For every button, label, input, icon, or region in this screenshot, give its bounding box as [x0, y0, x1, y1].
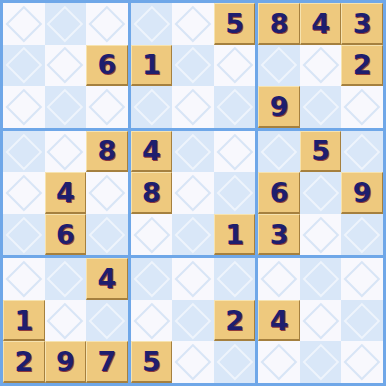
cell-r4c7[interactable]: [258, 131, 300, 173]
cell-r3c7: 9: [258, 86, 300, 128]
given-digit: 8: [270, 10, 289, 37]
diamond-pattern: [216, 261, 252, 297]
cell-r6c9[interactable]: [341, 214, 383, 256]
box-3-2: 25: [131, 258, 256, 383]
cell-r1c7: 8: [258, 3, 300, 45]
diamond-pattern: [175, 133, 211, 169]
box-3-1: 41297: [3, 258, 128, 383]
given-digit: 6: [56, 221, 75, 248]
diamond-pattern: [344, 261, 380, 297]
diamond-pattern: [302, 89, 338, 125]
given-digit: 1: [225, 221, 244, 248]
cell-r1c8: 4: [300, 3, 342, 45]
diamond-pattern: [133, 302, 169, 338]
diamond-pattern: [175, 47, 211, 83]
cell-r7c1[interactable]: [3, 258, 45, 300]
box-3-3: 4: [258, 258, 383, 383]
diamond-pattern: [216, 344, 252, 380]
cell-r2c5[interactable]: [172, 45, 214, 87]
cell-r7c4[interactable]: [131, 258, 173, 300]
diamond-pattern: [344, 216, 380, 252]
cell-r2c7[interactable]: [258, 45, 300, 87]
cell-r3c1[interactable]: [3, 86, 45, 128]
cell-r9c1: 2: [3, 341, 45, 383]
diamond-pattern: [261, 261, 297, 297]
cell-r8c5[interactable]: [172, 300, 214, 342]
diamond-pattern: [216, 175, 252, 211]
diamond-pattern: [133, 261, 169, 297]
given-digit: 5: [142, 348, 161, 375]
cell-r1c3[interactable]: [86, 3, 128, 45]
box-1-3: 84329: [258, 3, 383, 128]
diamond-pattern: [133, 216, 169, 252]
cell-r7c8[interactable]: [300, 258, 342, 300]
cell-r9c4: 5: [131, 341, 173, 383]
given-digit: 8: [142, 179, 161, 206]
cell-r9c9[interactable]: [341, 341, 383, 383]
cell-r5c2: 4: [45, 172, 87, 214]
cell-r5c5[interactable]: [172, 172, 214, 214]
diamond-pattern: [216, 133, 252, 169]
given-digit: 2: [353, 51, 372, 78]
given-digit: 1: [14, 307, 33, 334]
diamond-pattern: [175, 89, 211, 125]
diamond-pattern: [6, 133, 42, 169]
diamond-pattern: [6, 6, 42, 42]
cell-r3c5[interactable]: [172, 86, 214, 128]
diamond-pattern: [89, 6, 125, 42]
cell-r6c2: 6: [45, 214, 87, 256]
given-digit: 9: [56, 348, 75, 375]
diamond-pattern: [261, 133, 297, 169]
cell-r7c5[interactable]: [172, 258, 214, 300]
given-digit: 3: [353, 10, 372, 37]
cell-r3c3[interactable]: [86, 86, 128, 128]
cell-r2c2[interactable]: [45, 45, 87, 87]
given-digit: 8: [97, 137, 116, 164]
diamond-pattern: [6, 89, 42, 125]
cell-r4c2[interactable]: [45, 131, 87, 173]
box-2-2: 481: [131, 131, 256, 256]
cell-r9c2: 9: [45, 341, 87, 383]
cell-r3c8[interactable]: [300, 86, 342, 128]
diamond-pattern: [47, 89, 83, 125]
cell-r9c7[interactable]: [258, 341, 300, 383]
cell-r8c8[interactable]: [300, 300, 342, 342]
cell-r8c7: 4: [258, 300, 300, 342]
given-digit: 1: [142, 51, 161, 78]
cell-r9c3: 7: [86, 341, 128, 383]
cell-r6c8[interactable]: [300, 214, 342, 256]
cell-r9c8[interactable]: [300, 341, 342, 383]
diamond-pattern: [175, 302, 211, 338]
diamond-pattern: [302, 216, 338, 252]
given-digit: 5: [225, 10, 244, 37]
cell-r9c6[interactable]: [214, 341, 256, 383]
diamond-pattern: [302, 47, 338, 83]
cell-r8c4[interactable]: [131, 300, 173, 342]
cell-r4c1[interactable]: [3, 131, 45, 173]
cell-r8c9[interactable]: [341, 300, 383, 342]
cell-r7c3: 4: [86, 258, 128, 300]
cell-r3c2[interactable]: [45, 86, 87, 128]
diamond-pattern: [175, 261, 211, 297]
cell-r4c4: 4: [131, 131, 173, 173]
cell-r5c8[interactable]: [300, 172, 342, 214]
cell-r4c9[interactable]: [341, 131, 383, 173]
cell-r9c5[interactable]: [172, 341, 214, 383]
cell-r8c3[interactable]: [86, 300, 128, 342]
diamond-pattern: [302, 261, 338, 297]
cell-r4c5[interactable]: [172, 131, 214, 173]
diamond-pattern: [302, 344, 338, 380]
cell-r1c1[interactable]: [3, 3, 45, 45]
cell-r5c6[interactable]: [214, 172, 256, 214]
cell-r2c9: 2: [341, 45, 383, 87]
cell-r1c9: 3: [341, 3, 383, 45]
given-digit: 4: [56, 179, 75, 206]
given-digit: 3: [270, 221, 289, 248]
given-digit: 6: [270, 179, 289, 206]
cell-r2c3: 6: [86, 45, 128, 87]
cell-r7c7[interactable]: [258, 258, 300, 300]
given-digit: 6: [97, 51, 116, 78]
diamond-pattern: [344, 344, 380, 380]
diamond-pattern: [6, 216, 42, 252]
diamond-pattern: [89, 89, 125, 125]
diamond-pattern: [47, 6, 83, 42]
diamond-pattern: [344, 133, 380, 169]
diamond-pattern: [175, 216, 211, 252]
given-digit: 7: [97, 348, 116, 375]
cell-r4c8: 5: [300, 131, 342, 173]
cell-r3c6[interactable]: [214, 86, 256, 128]
given-digit: 2: [14, 348, 33, 375]
given-digit: 9: [353, 179, 372, 206]
cell-r2c8[interactable]: [300, 45, 342, 87]
box-1-1: 6: [3, 3, 128, 128]
cell-r6c1[interactable]: [3, 214, 45, 256]
cell-r5c4: 8: [131, 172, 173, 214]
given-digit: 4: [97, 265, 116, 292]
cell-r7c6[interactable]: [214, 258, 256, 300]
diamond-pattern: [302, 302, 338, 338]
diamond-pattern: [344, 302, 380, 338]
cell-r8c6: 2: [214, 300, 256, 342]
diamond-pattern: [47, 47, 83, 83]
cell-r6c6: 1: [214, 214, 256, 256]
given-digit: 4: [142, 137, 161, 164]
cell-r5c7: 6: [258, 172, 300, 214]
given-digit: 4: [311, 10, 330, 37]
box-2-3: 5693: [258, 131, 383, 256]
cell-r2c1[interactable]: [3, 45, 45, 87]
sudoku-board: 65184329846481569341297254: [0, 0, 386, 386]
diamond-pattern: [89, 175, 125, 211]
cell-r6c4[interactable]: [131, 214, 173, 256]
diamond-pattern: [216, 89, 252, 125]
cell-r7c9[interactable]: [341, 258, 383, 300]
diamond-pattern: [133, 89, 169, 125]
cell-r3c4[interactable]: [131, 86, 173, 128]
cell-r2c4: 1: [131, 45, 173, 87]
diamond-pattern: [261, 47, 297, 83]
cell-r7c2[interactable]: [45, 258, 87, 300]
cell-r6c7: 3: [258, 214, 300, 256]
diamond-pattern: [175, 175, 211, 211]
diamond-pattern: [6, 261, 42, 297]
diamond-pattern: [175, 6, 211, 42]
cell-r5c9: 9: [341, 172, 383, 214]
given-digit: 9: [270, 93, 289, 120]
cell-r1c2[interactable]: [45, 3, 87, 45]
box-1-2: 51: [131, 3, 256, 128]
cell-r8c1: 1: [3, 300, 45, 342]
cell-r4c6[interactable]: [214, 131, 256, 173]
diamond-pattern: [89, 302, 125, 338]
diamond-pattern: [89, 216, 125, 252]
diamond-pattern: [261, 344, 297, 380]
cell-r5c3[interactable]: [86, 172, 128, 214]
given-digit: 5: [311, 137, 330, 164]
diamond-pattern: [175, 344, 211, 380]
diamond-pattern: [216, 47, 252, 83]
diamond-pattern: [47, 302, 83, 338]
diamond-pattern: [6, 47, 42, 83]
box-2-1: 846: [3, 131, 128, 256]
diamond-pattern: [133, 6, 169, 42]
cell-r5c1[interactable]: [3, 172, 45, 214]
given-digit: 4: [270, 307, 289, 334]
cell-r6c5[interactable]: [172, 214, 214, 256]
diamond-pattern: [344, 89, 380, 125]
diamond-pattern: [302, 175, 338, 211]
cell-r1c6: 5: [214, 3, 256, 45]
cell-r6c3[interactable]: [86, 214, 128, 256]
cell-r1c4[interactable]: [131, 3, 173, 45]
cell-r3c9[interactable]: [341, 86, 383, 128]
cell-r2c6[interactable]: [214, 45, 256, 87]
diamond-pattern: [6, 175, 42, 211]
diamond-pattern: [47, 261, 83, 297]
cell-r8c2[interactable]: [45, 300, 87, 342]
cell-r1c5[interactable]: [172, 3, 214, 45]
diamond-pattern: [47, 133, 83, 169]
cell-r4c3: 8: [86, 131, 128, 173]
given-digit: 2: [225, 307, 244, 334]
